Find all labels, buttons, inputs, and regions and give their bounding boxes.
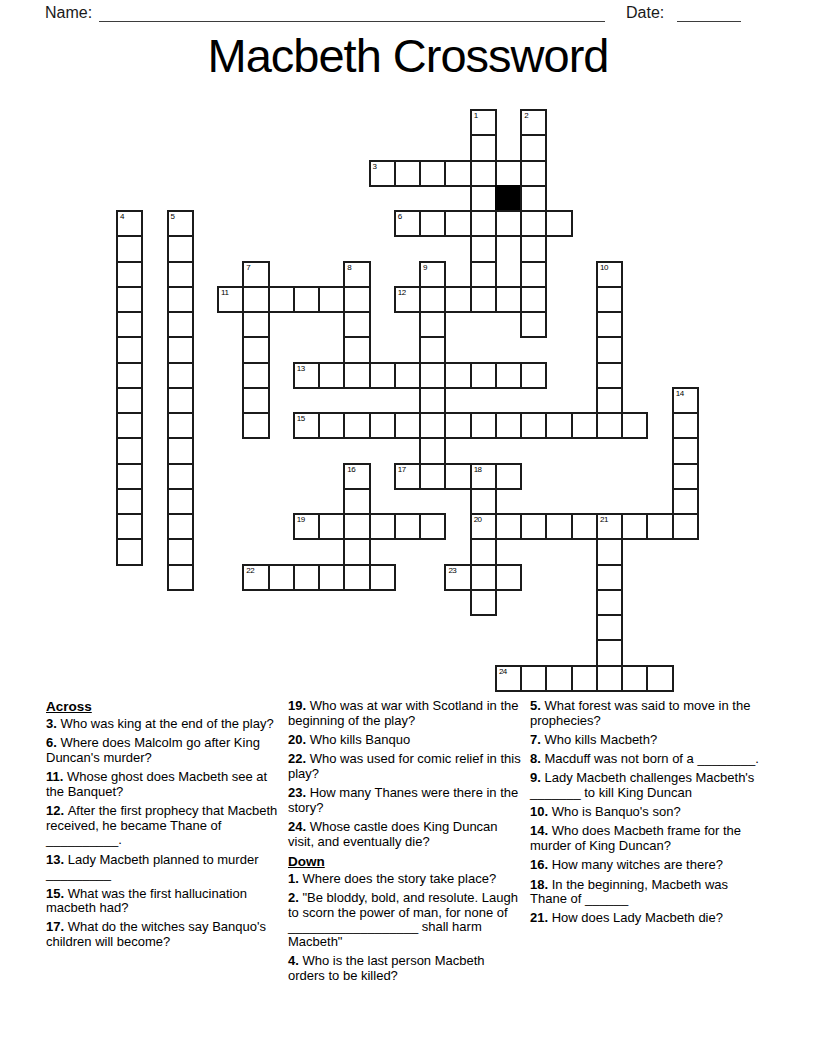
clue-number-label: 21.	[530, 910, 552, 925]
grid-cell-r15c9[interactable]	[343, 488, 370, 515]
grid-cell-r18c14[interactable]	[470, 564, 497, 591]
clue-text: Whose ghost does Macbeth see at the Banq…	[46, 769, 267, 799]
grid-cell-r22c17[interactable]	[545, 665, 572, 692]
grid-cell-r10c9[interactable]	[343, 362, 370, 389]
grid-cell-r16c8[interactable]	[318, 513, 345, 540]
grid-cell-r16c21[interactable]	[646, 513, 673, 540]
cell-number-3: 3	[373, 162, 377, 171]
clue-text: Who kills Macbeth?	[544, 732, 657, 747]
grid-cell-r22c21[interactable]	[646, 665, 673, 692]
grid-cell-r4c13[interactable]	[444, 210, 471, 237]
cell-number-21: 21	[600, 515, 608, 524]
clue-text: Where does Malcolm go after King Duncan'…	[46, 735, 260, 765]
crossword-grid: 123456789101112131415161718192021222324	[116, 109, 700, 693]
black-cell	[495, 185, 522, 212]
grid-cell-r5c0[interactable]	[116, 235, 143, 262]
grid-cell-r16c9[interactable]	[343, 513, 370, 540]
clue-number-label: 6.	[46, 735, 60, 750]
clue-down-8: 8. Macduff was not born of a ________.	[530, 752, 766, 767]
cell-number-15: 15	[297, 414, 305, 423]
clue-across-19: 19. Who was at war with Scotland in the …	[288, 699, 524, 728]
grid-cell-r7c19[interactable]	[596, 286, 623, 313]
clue-text: Who does Macbeth frame for the murder of…	[530, 823, 741, 853]
grid-cell-r7c6[interactable]	[268, 286, 295, 313]
grid-cell-r13c12[interactable]	[419, 437, 446, 464]
grid-cell-r17c14[interactable]	[470, 538, 497, 565]
clue-number-label: 13.	[46, 852, 68, 867]
grid-cell-r7c5[interactable]	[242, 286, 269, 313]
grid-cell-r0c16[interactable]: 2	[520, 109, 547, 136]
grid-cell-r11c0[interactable]	[116, 387, 143, 414]
grid-cell-r6c14[interactable]	[470, 261, 497, 288]
clue-text: Who was at war with Scotland in the begi…	[288, 698, 519, 728]
grid-cell-r19c19[interactable]	[596, 589, 623, 616]
grid-cell-r7c9[interactable]	[343, 286, 370, 313]
clue-down-16: 16. How many witches are there?	[530, 858, 766, 873]
grid-cell-r8c5[interactable]	[242, 311, 269, 338]
grid-cell-r9c0[interactable]	[116, 336, 143, 363]
grid-cell-r12c22[interactable]	[672, 412, 699, 439]
grid-cell-r19c14[interactable]	[470, 589, 497, 616]
grid-cell-r16c0[interactable]	[116, 513, 143, 540]
clue-text: How does Lady Macbeth die?	[552, 910, 723, 925]
grid-cell-r2c13[interactable]	[444, 160, 471, 187]
grid-cell-r16c17[interactable]	[545, 513, 572, 540]
grid-cell-r5c2[interactable]	[167, 235, 194, 262]
grid-cell-r8c0[interactable]	[116, 311, 143, 338]
clue-across-20: 20. Who kills Banquo	[288, 733, 524, 748]
grid-cell-r16c14[interactable]: 20	[470, 513, 497, 540]
grid-cell-r10c2[interactable]	[167, 362, 194, 389]
grid-cell-r18c8[interactable]	[318, 564, 345, 591]
grid-cell-r3c14[interactable]	[470, 185, 497, 212]
clue-number-label: 3.	[46, 716, 60, 731]
worksheet-page: Name: Date: Macbeth Crossword 1234567891…	[0, 0, 816, 1056]
grid-cell-r14c2[interactable]	[167, 463, 194, 490]
grid-cell-r16c16[interactable]	[520, 513, 547, 540]
grid-cell-r6c2[interactable]	[167, 261, 194, 288]
grid-cell-r17c9[interactable]	[343, 538, 370, 565]
grid-cell-r7c0[interactable]	[116, 286, 143, 313]
date-input-line[interactable]	[677, 2, 741, 22]
name-label: Name:	[45, 4, 92, 22]
grid-cell-r12c7[interactable]: 15	[293, 412, 320, 439]
clue-across-13: 13. Lady Macbeth planned to murder _____…	[46, 853, 282, 882]
grid-cell-r12c19[interactable]	[596, 412, 623, 439]
grid-cell-r4c11[interactable]: 6	[394, 210, 421, 237]
grid-cell-r4c17[interactable]	[545, 210, 572, 237]
grid-cell-r22c16[interactable]	[520, 665, 547, 692]
grid-cell-r10c12[interactable]	[419, 362, 446, 389]
grid-cell-r4c16[interactable]	[520, 210, 547, 237]
grid-cell-r9c2[interactable]	[167, 336, 194, 363]
grid-cell-r14c14[interactable]: 18	[470, 463, 497, 490]
grid-cell-r2c15[interactable]	[495, 160, 522, 187]
grid-cell-r11c22[interactable]: 14	[672, 387, 699, 414]
grid-cell-r12c20[interactable]	[621, 412, 648, 439]
clue-across-22: 22. Who was used for comic relief in thi…	[288, 752, 524, 781]
grid-cell-r15c14[interactable]	[470, 488, 497, 515]
grid-cell-r22c18[interactable]	[571, 665, 598, 692]
grid-cell-r7c8[interactable]	[318, 286, 345, 313]
cell-number-11: 11	[221, 288, 228, 297]
clues-heading-down: Down	[288, 854, 524, 869]
clue-across-12: 12. After the first prophecy that Macbet…	[46, 804, 282, 848]
clue-text: Who is Banquo's son?	[552, 804, 681, 819]
grid-cell-r12c13[interactable]	[444, 412, 471, 439]
clues-heading-across: Across	[46, 699, 282, 714]
grid-cell-r4c15[interactable]	[495, 210, 522, 237]
clue-text: How many witches are there?	[552, 857, 723, 872]
cell-number-13: 13	[297, 364, 305, 373]
clue-column-2: 19. Who was at war with Scotland in the …	[288, 699, 524, 988]
clue-number-label: 19.	[288, 698, 310, 713]
grid-cell-r14c13[interactable]	[444, 463, 471, 490]
grid-cell-r18c13[interactable]: 23	[444, 564, 471, 591]
grid-cell-r15c22[interactable]	[672, 488, 699, 515]
grid-cell-r17c0[interactable]	[116, 538, 143, 565]
clue-across-24: 24. Whose castle does King Duncan visit,…	[288, 820, 524, 849]
grid-cell-r18c5[interactable]: 22	[242, 564, 269, 591]
grid-cell-r10c14[interactable]	[470, 362, 497, 389]
clue-text: Who was used for comic relief in this pl…	[288, 751, 521, 781]
grid-cell-r12c11[interactable]	[394, 412, 421, 439]
clue-number-label: 12.	[46, 803, 68, 818]
clue-text: What was the first hallucination macbeth…	[46, 886, 247, 916]
grid-cell-r8c12[interactable]	[419, 311, 446, 338]
cell-number-16: 16	[347, 465, 355, 474]
clue-number-label: 9.	[530, 770, 544, 785]
grid-cell-r3c16[interactable]	[520, 185, 547, 212]
clue-text: How many Thanes were there in the story?	[288, 785, 518, 815]
clue-number-label: 11.	[46, 769, 67, 784]
grid-cell-r13c2[interactable]	[167, 437, 194, 464]
clue-number-label: 10.	[530, 804, 552, 819]
grid-cell-r16c20[interactable]	[621, 513, 648, 540]
grid-cell-r15c0[interactable]	[116, 488, 143, 515]
clue-text: Macduff was not born of a ________.	[544, 751, 758, 766]
grid-cell-r9c19[interactable]	[596, 336, 623, 363]
grid-cell-r18c7[interactable]	[293, 564, 320, 591]
clue-number-label: 4.	[288, 953, 302, 968]
cell-number-7: 7	[246, 263, 250, 272]
grid-cell-r12c5[interactable]	[242, 412, 269, 439]
cell-number-24: 24	[499, 667, 507, 676]
cell-number-22: 22	[246, 566, 254, 575]
grid-cell-r10c15[interactable]	[495, 362, 522, 389]
cell-number-14: 14	[676, 389, 684, 398]
cell-number-4: 4	[120, 212, 124, 221]
grid-cell-r9c9[interactable]	[343, 336, 370, 363]
cell-number-12: 12	[398, 288, 406, 297]
grid-cell-r10c5[interactable]	[242, 362, 269, 389]
cell-number-10: 10	[600, 263, 608, 272]
grid-cell-r12c14[interactable]	[470, 412, 497, 439]
grid-cell-r18c15[interactable]	[495, 564, 522, 591]
grid-cell-r12c2[interactable]	[167, 412, 194, 439]
grid-cell-r6c5[interactable]: 7	[242, 261, 269, 288]
grid-cell-r11c5[interactable]	[242, 387, 269, 414]
grid-cell-r10c8[interactable]	[318, 362, 345, 389]
grid-cell-r5c16[interactable]	[520, 235, 547, 262]
grid-cell-r7c2[interactable]	[167, 286, 194, 313]
clue-text: Whose castle does King Duncan visit, and…	[288, 819, 498, 849]
cell-number-18: 18	[474, 465, 482, 474]
grid-cell-r7c16[interactable]	[520, 286, 547, 313]
grid-cell-r4c2[interactable]: 5	[167, 210, 194, 237]
grid-cell-r17c2[interactable]	[167, 538, 194, 565]
grid-cell-r8c16[interactable]	[520, 311, 547, 338]
clue-number-label: 5.	[530, 698, 544, 713]
grid-cell-r7c12[interactable]	[419, 286, 446, 313]
cell-number-19: 19	[297, 515, 305, 524]
clue-across-17: 17. What do the witches say Banquo's chi…	[46, 920, 282, 949]
cell-number-2: 2	[524, 111, 528, 120]
clue-text: In the beginning, Macbeth was Thane of _…	[530, 877, 728, 907]
grid-cell-r2c12[interactable]	[419, 160, 446, 187]
grid-cell-r16c10[interactable]	[369, 513, 396, 540]
clue-across-3: 3. Who was king at the end of the play?	[46, 717, 282, 732]
grid-cell-r12c8[interactable]	[318, 412, 345, 439]
clue-across-23: 23. How many Thanes were there in the st…	[288, 786, 524, 815]
clue-text: Where does the story take place?	[302, 871, 496, 886]
clue-text: Who is the last person Macbeth orders to…	[288, 953, 485, 983]
clue-text: "Be bloddy, bold, and resolute. Laugh to…	[288, 890, 518, 949]
date-label: Date:	[626, 4, 664, 22]
grid-cell-r18c19[interactable]	[596, 564, 623, 591]
grid-cell-r2c11[interactable]	[394, 160, 421, 187]
clue-down-4: 4. Who is the last person Macbeth orders…	[288, 954, 524, 983]
clue-number-label: 24.	[288, 819, 310, 834]
grid-cell-r22c15[interactable]: 24	[495, 665, 522, 692]
grid-cell-r9c12[interactable]	[419, 336, 446, 363]
grid-cell-r16c11[interactable]	[394, 513, 421, 540]
grid-cell-r7c11[interactable]: 12	[394, 286, 421, 313]
clue-down-10: 10. Who is Banquo's son?	[530, 805, 766, 820]
grid-cell-r6c0[interactable]	[116, 261, 143, 288]
grid-cell-r13c0[interactable]	[116, 437, 143, 464]
grid-cell-r16c2[interactable]	[167, 513, 194, 540]
clue-number-label: 14.	[530, 823, 552, 838]
grid-cell-r21c19[interactable]	[596, 639, 623, 666]
grid-cell-r6c19[interactable]: 10	[596, 261, 623, 288]
page-title: Macbeth Crossword	[0, 30, 816, 82]
grid-cell-r18c2[interactable]	[167, 564, 194, 591]
clue-number-label: 23.	[288, 785, 310, 800]
clue-number-label: 18.	[530, 877, 552, 892]
grid-cell-r20c19[interactable]	[596, 614, 623, 641]
grid-cell-r16c18[interactable]	[571, 513, 598, 540]
grid-cell-r14c22[interactable]	[672, 463, 699, 490]
grid-cell-r14c11[interactable]: 17	[394, 463, 421, 490]
grid-cell-r22c19[interactable]	[596, 665, 623, 692]
clue-column-3: 5. What forest was said to move in the p…	[530, 699, 766, 931]
clue-down-9: 9. Lady Macbeth challenges Macbeth's ___…	[530, 771, 766, 800]
grid-cell-r12c10[interactable]	[369, 412, 396, 439]
grid-cell-r12c15[interactable]	[495, 412, 522, 439]
clue-text: Lady Macbeth planned to murder _________	[46, 852, 258, 882]
grid-cell-r10c10[interactable]	[369, 362, 396, 389]
grid-cell-r11c19[interactable]	[596, 387, 623, 414]
grid-cell-r7c13[interactable]	[444, 286, 471, 313]
cell-number-8: 8	[347, 263, 351, 272]
clue-number-label: 17.	[46, 919, 68, 934]
grid-cell-r16c12[interactable]	[419, 513, 446, 540]
grid-cell-r11c12[interactable]	[419, 387, 446, 414]
grid-cell-r14c12[interactable]	[419, 463, 446, 490]
clue-across-11: 11. Whose ghost does Macbeth see at the …	[46, 770, 282, 799]
clue-number-label: 16.	[530, 857, 552, 872]
grid-cell-r16c19[interactable]: 21	[596, 513, 623, 540]
cell-number-6: 6	[398, 212, 402, 221]
grid-cell-r18c10[interactable]	[369, 564, 396, 591]
clue-text: After the first prophecy that Macbeth re…	[46, 803, 277, 847]
grid-cell-r2c16[interactable]	[520, 160, 547, 187]
grid-cell-r16c22[interactable]	[672, 513, 699, 540]
clue-down-5: 5. What forest was said to move in the p…	[530, 699, 766, 728]
grid-cell-r10c0[interactable]	[116, 362, 143, 389]
grid-cell-r17c19[interactable]	[596, 538, 623, 565]
clue-down-21: 21. How does Lady Macbeth die?	[530, 911, 766, 926]
grid-cell-r18c9[interactable]	[343, 564, 370, 591]
clue-number-label: 20.	[288, 732, 310, 747]
grid-cell-r7c14[interactable]	[470, 286, 497, 313]
clue-number-label: 8.	[530, 751, 544, 766]
grid-cell-r15c2[interactable]	[167, 488, 194, 515]
grid-cell-r12c17[interactable]	[545, 412, 572, 439]
name-input-line[interactable]	[99, 2, 605, 22]
grid-cell-r8c9[interactable]	[343, 311, 370, 338]
grid-cell-r14c0[interactable]	[116, 463, 143, 490]
clue-number-label: 7.	[530, 732, 544, 747]
cell-number-1: 1	[474, 111, 478, 120]
grid-cell-r10c16[interactable]	[520, 362, 547, 389]
grid-cell-r11c2[interactable]	[167, 387, 194, 414]
grid-cell-r14c15[interactable]	[495, 463, 522, 490]
grid-cell-r8c2[interactable]	[167, 311, 194, 338]
grid-cell-r1c14[interactable]	[470, 134, 497, 161]
grid-cell-r10c11[interactable]	[394, 362, 421, 389]
grid-cell-r12c12[interactable]	[419, 412, 446, 439]
clue-down-7: 7. Who kills Macbeth?	[530, 733, 766, 748]
grid-cell-r1c16[interactable]	[520, 134, 547, 161]
grid-cell-r6c12[interactable]: 9	[419, 261, 446, 288]
grid-cell-r7c4[interactable]: 11	[217, 286, 244, 313]
grid-cell-r5c14[interactable]	[470, 235, 497, 262]
grid-cell-r14c9[interactable]: 16	[343, 463, 370, 490]
clue-number-label: 22.	[288, 751, 310, 766]
clue-text: Who kills Banquo	[310, 732, 410, 747]
clue-column-1: Across3. Who was king at the end of the …	[46, 699, 282, 954]
grid-cell-r22c20[interactable]	[621, 665, 648, 692]
clue-text: Who was king at the end of the play?	[60, 716, 273, 731]
clue-down-14: 14. Who does Macbeth frame for the murde…	[530, 824, 766, 853]
grid-cell-r8c19[interactable]	[596, 311, 623, 338]
clue-number-label: 1.	[288, 871, 302, 886]
grid-cell-r10c13[interactable]	[444, 362, 471, 389]
grid-cell-r12c0[interactable]	[116, 412, 143, 439]
grid-cell-r16c7[interactable]: 19	[293, 513, 320, 540]
clue-text: What forest was said to move in the prop…	[530, 698, 750, 728]
grid-cell-r4c14[interactable]	[470, 210, 497, 237]
grid-cell-r2c10[interactable]: 3	[369, 160, 396, 187]
cell-number-23: 23	[448, 566, 456, 575]
clue-text: What do the witches say Banquo's childre…	[46, 919, 266, 949]
clue-number-label: 15.	[46, 886, 68, 901]
clue-number-label: 2.	[288, 890, 302, 905]
grid-cell-r12c18[interactable]	[571, 412, 598, 439]
clue-text: Lady Macbeth challenges Macbeth's ______…	[530, 770, 754, 800]
grid-cell-r7c15[interactable]	[495, 286, 522, 313]
grid-cell-r10c7[interactable]: 13	[293, 362, 320, 389]
grid-cell-r10c19[interactable]	[596, 362, 623, 389]
grid-cell-r13c22[interactable]	[672, 437, 699, 464]
grid-cell-r12c9[interactable]	[343, 412, 370, 439]
clue-across-6: 6. Where does Malcolm go after King Dunc…	[46, 736, 282, 765]
clue-across-15: 15. What was the first hallucination mac…	[46, 887, 282, 916]
grid-cell-r9c5[interactable]	[242, 336, 269, 363]
grid-cell-r6c9[interactable]: 8	[343, 261, 370, 288]
grid-cell-r4c12[interactable]	[419, 210, 446, 237]
clue-down-2: 2. "Be bloddy, bold, and resolute. Laugh…	[288, 891, 524, 950]
grid-cell-r4c0[interactable]: 4	[116, 210, 143, 237]
grid-cell-r7c7[interactable]	[293, 286, 320, 313]
cell-number-17: 17	[398, 465, 406, 474]
grid-cell-r16c15[interactable]	[495, 513, 522, 540]
grid-cell-r12c16[interactable]	[520, 412, 547, 439]
cell-number-9: 9	[423, 263, 427, 272]
cell-number-20: 20	[474, 515, 482, 524]
grid-cell-r18c6[interactable]	[268, 564, 295, 591]
grid-cell-r0c14[interactable]: 1	[470, 109, 497, 136]
cell-number-5: 5	[171, 212, 175, 221]
grid-cell-r2c14[interactable]	[470, 160, 497, 187]
grid-cell-r6c16[interactable]	[520, 261, 547, 288]
clue-down-18: 18. In the beginning, Macbeth was Thane …	[530, 878, 766, 907]
clue-down-1: 1. Where does the story take place?	[288, 872, 524, 887]
